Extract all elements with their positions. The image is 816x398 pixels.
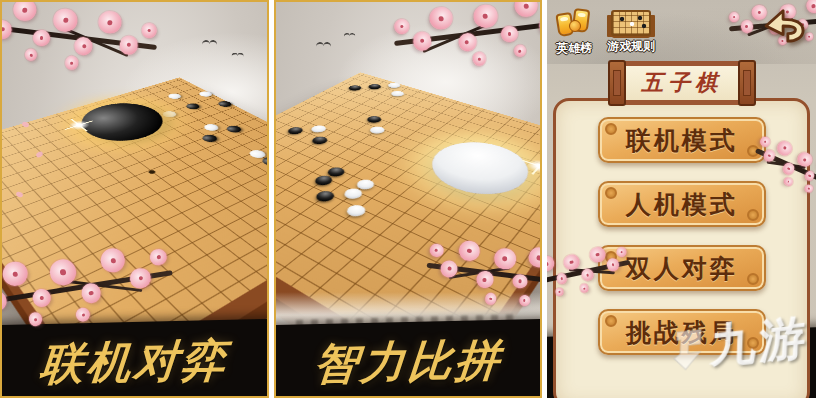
blossom [74,36,94,56]
blossom [472,3,498,29]
blossom [80,282,102,304]
panel-wits-battle: 智力比拼 [274,0,543,398]
bird-icon [316,42,332,50]
highlight-white-stone [413,134,542,207]
blossom [512,273,528,289]
ink-cloud [0,152,142,272]
top-bar: 英雄榜 游戏规则 [555,6,808,58]
game-title: 五子棋 [641,68,722,98]
blossom [476,271,494,289]
blossom [33,29,51,47]
blossom [0,289,8,313]
panel-online-play: 联机对弈 [0,0,269,398]
black-stone [285,126,306,136]
white-stone [165,93,183,100]
branch [0,25,157,50]
plaque-ornament-right [738,60,756,106]
blossom [429,243,444,258]
menu-card: 联机模式 人机模式 双人对弈 挑战残局 [553,98,810,398]
blossom [1,260,29,288]
blossom [32,288,52,308]
blossom [140,22,157,39]
caption-text: 联机对弈 [38,330,231,393]
branch [426,263,542,284]
blossom [12,0,37,22]
return-arrow-icon [762,6,808,44]
caption-text: 智力比拼 [312,330,505,393]
white-stone [308,124,328,134]
mini-board-icon [611,10,651,36]
back-button[interactable] [762,6,808,48]
black-stone [364,115,383,124]
blossom [458,239,481,262]
branch [394,21,543,46]
trophy-icon [555,6,593,38]
blossom [513,0,538,18]
button-label: 联机模式 [626,124,738,157]
blossom [411,30,432,51]
blossom [99,246,127,274]
blossom [537,15,542,36]
blossom [500,25,518,43]
button-endgame-challenge[interactable]: 挑战残局 [598,309,766,355]
blossom [129,266,153,290]
black-stone [309,135,330,145]
leaderboard-button[interactable]: 英雄榜 [555,6,593,57]
star-point [274,119,276,123]
button-label: 人机模式 [626,188,738,221]
black-stone [223,124,243,133]
white-stone [353,177,377,191]
white-stone [367,125,387,135]
bird-icon [202,40,218,48]
ink-cloud [336,22,543,142]
button-label: 挑战残局 [626,316,738,349]
button-online-mode[interactable]: 联机模式 [598,117,766,163]
white-stone [196,90,214,97]
blossom [24,48,38,62]
white-stone [340,186,365,200]
black-stone [215,100,233,108]
bird-icon [344,33,356,39]
rules-label: 游戏规则 [607,38,655,55]
button-label: 双人对弈 [626,252,738,285]
blossom [149,248,168,267]
blossom [0,19,13,40]
caption-banner: 联机对弈 [0,319,269,398]
cherry-blossom-cluster [0,0,162,96]
blossom [472,51,487,66]
button-two-player-mode[interactable]: 双人对弈 [598,245,766,291]
white-stone [159,110,178,118]
blossom [528,246,543,269]
blossom [97,9,122,34]
white-stone [385,82,402,89]
ink-cloud [426,152,543,292]
caption-banner: 智力比拼 [274,319,543,398]
blossom [428,5,453,30]
rules-button[interactable]: 游戏规则 [607,6,655,55]
black-stone [366,83,383,90]
highlight-black-stone [67,97,179,149]
black-stone [183,102,201,110]
black-stone [311,173,335,186]
white-stone [246,149,268,160]
white-stone [388,90,406,98]
blossom [75,306,92,323]
black-stone [346,84,363,91]
blossom [457,32,477,52]
ink-cloud [122,32,269,152]
black-stone [199,133,220,143]
blossom [513,44,527,58]
screenshot-collage: 联机对弈 智力比拼 英雄榜 游戏规则 [0,0,816,398]
blossom [440,259,459,278]
white-stone [201,123,221,132]
black-stone [324,165,347,178]
black-stone [312,189,337,204]
cherry-blossom-cluster [389,0,543,92]
blossom [393,18,410,35]
button-vs-ai-mode[interactable]: 人机模式 [598,181,766,227]
blossom [64,55,79,70]
white-stone [343,202,369,218]
blossom [48,258,78,288]
panel-main-menu: 英雄榜 游戏规则 五子棋 联机模式 人机模式 [547,0,816,398]
branch [0,270,173,305]
bird-icon [232,53,245,59]
star-point [147,170,156,175]
plaque-ornament-left [608,60,626,106]
blossom [118,34,139,55]
leaderboard-label: 英雄榜 [556,40,592,57]
black-stone [258,156,268,168]
blossom [493,247,517,271]
blossom [52,7,78,33]
title-plaque: 五子棋 [608,60,756,106]
